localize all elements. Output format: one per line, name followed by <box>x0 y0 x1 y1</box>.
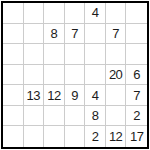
clue-cell-r2c3: 8 <box>44 24 65 45</box>
puzzle-board: 487720613129478221217 <box>1 1 149 149</box>
empty-cell-r1c3[interactable] <box>44 3 65 24</box>
clue-cell-r5c5: 4 <box>85 85 106 106</box>
empty-cell-r7c3[interactable] <box>44 126 65 147</box>
empty-cell-r5c6[interactable] <box>106 85 127 106</box>
empty-cell-r1c4[interactable] <box>65 3 86 24</box>
empty-cell-r4c4[interactable] <box>65 65 86 86</box>
empty-cell-r3c3[interactable] <box>44 44 65 65</box>
empty-cell-r1c2[interactable] <box>24 3 45 24</box>
empty-cell-r1c7[interactable] <box>126 3 147 24</box>
empty-cell-r4c2[interactable] <box>24 65 45 86</box>
clue-cell-r5c4: 9 <box>65 85 86 106</box>
empty-cell-r3c6[interactable] <box>106 44 127 65</box>
clue-cell-r6c7: 2 <box>126 106 147 127</box>
empty-cell-r7c1[interactable] <box>3 126 24 147</box>
empty-cell-r2c2[interactable] <box>24 24 45 45</box>
empty-cell-r3c7[interactable] <box>126 44 147 65</box>
empty-cell-r6c2[interactable] <box>24 106 45 127</box>
empty-cell-r5c1[interactable] <box>3 85 24 106</box>
empty-cell-r7c4[interactable] <box>65 126 86 147</box>
clue-cell-r7c7: 17 <box>126 126 147 147</box>
empty-cell-r6c3[interactable] <box>44 106 65 127</box>
clue-cell-r4c6: 20 <box>106 65 127 86</box>
clue-cell-r5c3: 12 <box>44 85 65 106</box>
empty-cell-r3c4[interactable] <box>65 44 86 65</box>
empty-cell-r2c1[interactable] <box>3 24 24 45</box>
clue-cell-r5c7: 7 <box>126 85 147 106</box>
clue-cell-r7c5: 2 <box>85 126 106 147</box>
empty-cell-r3c5[interactable] <box>85 44 106 65</box>
empty-cell-r4c1[interactable] <box>3 65 24 86</box>
empty-cell-r3c1[interactable] <box>3 44 24 65</box>
clue-cell-r1c5: 4 <box>85 3 106 24</box>
clue-cell-r2c4: 7 <box>65 24 86 45</box>
empty-cell-r4c3[interactable] <box>44 65 65 86</box>
empty-cell-r3c2[interactable] <box>24 44 45 65</box>
empty-cell-r2c7[interactable] <box>126 24 147 45</box>
empty-cell-r6c1[interactable] <box>3 106 24 127</box>
clue-cell-r6c5: 8 <box>85 106 106 127</box>
clue-cell-r5c2: 13 <box>24 85 45 106</box>
empty-cell-r4c5[interactable] <box>85 65 106 86</box>
clue-cell-r2c6: 7 <box>106 24 127 45</box>
page-background: 487720613129478221217 <box>0 0 150 150</box>
clue-cell-r4c7: 6 <box>126 65 147 86</box>
empty-cell-r1c6[interactable] <box>106 3 127 24</box>
empty-cell-r6c4[interactable] <box>65 106 86 127</box>
empty-cell-r6c6[interactable] <box>106 106 127 127</box>
clue-cell-r7c6: 12 <box>106 126 127 147</box>
empty-cell-r2c5[interactable] <box>85 24 106 45</box>
empty-cell-r7c2[interactable] <box>24 126 45 147</box>
empty-cell-r1c1[interactable] <box>3 3 24 24</box>
